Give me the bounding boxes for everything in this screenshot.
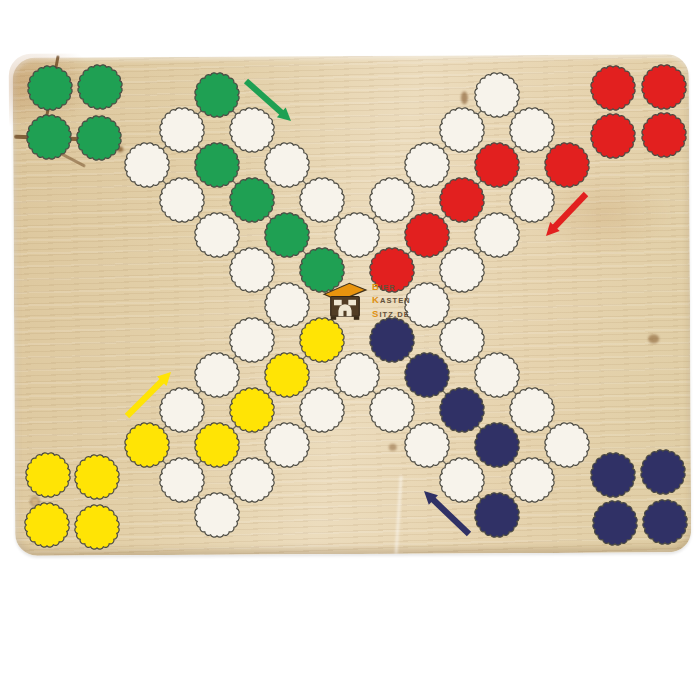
bierkastensitz-logo: Bier Kasten Sitz.de [322,280,432,326]
navy-home-field-3[interactable] [593,501,637,545]
yellow-start-field[interactable] [125,423,169,467]
track-field-1-6[interactable] [160,458,204,502]
yellow-home-field-2[interactable] [75,455,119,499]
red-finish-field-2[interactable] [440,178,484,222]
track-field-7-5[interactable] [335,213,379,257]
red-home-field-2[interactable] [642,65,686,109]
track-field-7-4[interactable] [300,178,344,222]
track-field-3-7[interactable] [265,423,309,467]
yellow-home-field-4[interactable] [75,505,119,549]
navy-home-field-4[interactable] [643,500,687,544]
track-field-5-8[interactable] [370,388,414,432]
green-start-field[interactable] [195,73,239,117]
track-field-7-10[interactable] [510,388,554,432]
navy-start-field[interactable] [475,493,519,537]
yellow-finish-field-1[interactable] [195,423,239,467]
product-photo-canvas: Bier Kasten Sitz.de [0,0,700,700]
track-field-5-4[interactable] [230,248,274,292]
track-field-10-5[interactable] [440,108,484,152]
track-field-5-2[interactable] [160,178,204,222]
red-home-field-3[interactable] [591,114,635,158]
track-field-5-3[interactable] [195,213,239,257]
track-field-5-7[interactable] [335,353,379,397]
track-field-9-5[interactable] [405,143,449,187]
track-field-5-5[interactable] [265,283,309,327]
logo-line-sitzde: Sitz.de [372,308,411,321]
navy-home-field-1[interactable] [591,453,635,497]
green-home-field-1[interactable] [28,66,72,110]
yellow-home-field-1[interactable] [26,453,70,497]
track-field-8-5[interactable] [370,178,414,222]
track-field-5-9[interactable] [405,423,449,467]
track-field-7-2[interactable] [230,108,274,152]
yellow-finish-field-2[interactable] [230,388,274,432]
green-home-field-4[interactable] [77,116,121,160]
logo-wordmark: Bier Kasten Sitz.de [372,280,411,321]
logo-line-kasten: Kasten [372,294,411,307]
track-field-2-7[interactable] [230,458,274,502]
track-field-6-11[interactable] [510,458,554,502]
track-field-1-7[interactable] [195,493,239,537]
green-finish-field-2[interactable] [230,178,274,222]
navy-finish-field-3[interactable] [405,353,449,397]
navy-finish-field-1[interactable] [475,423,519,467]
navy-finish-field-2[interactable] [440,388,484,432]
track-field-5-1[interactable] [125,143,169,187]
red-finish-field-1[interactable] [475,143,519,187]
green-finish-field-1[interactable] [195,143,239,187]
yellow-direction-arrow-shaft [127,380,163,416]
beer-crate-kiosk-icon [322,280,368,324]
track-field-10-7[interactable] [510,178,554,222]
red-start-field[interactable] [545,143,589,187]
track-field-8-7[interactable] [440,248,484,292]
track-field-3-5[interactable] [195,353,239,397]
track-field-5-10[interactable] [440,458,484,502]
track-field-4-5[interactable] [230,318,274,362]
green-finish-field-3[interactable] [265,213,309,257]
track-field-11-6[interactable] [510,108,554,152]
board-fields-overlay [0,0,700,700]
track-field-11-5[interactable] [475,73,519,117]
yellow-home-field-3[interactable] [25,503,69,547]
red-finish-field-3[interactable] [405,213,449,257]
navy-direction-arrow-shaft [432,499,469,534]
logo-line-bier: Bier [372,281,411,294]
track-field-2-5[interactable] [160,388,204,432]
navy-home-field-2[interactable] [641,450,685,494]
green-home-field-3[interactable] [27,115,71,159]
yellow-finish-field-3[interactable] [265,353,309,397]
track-field-9-7[interactable] [475,213,519,257]
track-field-7-8[interactable] [440,318,484,362]
track-field-4-7[interactable] [300,388,344,432]
green-home-field-2[interactable] [78,65,122,109]
track-field-6-1[interactable] [160,108,204,152]
track-field-7-3[interactable] [265,143,309,187]
red-direction-arrow-shaft [554,194,586,228]
red-home-field-1[interactable] [591,66,635,110]
track-field-7-11[interactable] [545,423,589,467]
red-home-field-4[interactable] [642,113,686,157]
track-field-7-9[interactable] [475,353,519,397]
